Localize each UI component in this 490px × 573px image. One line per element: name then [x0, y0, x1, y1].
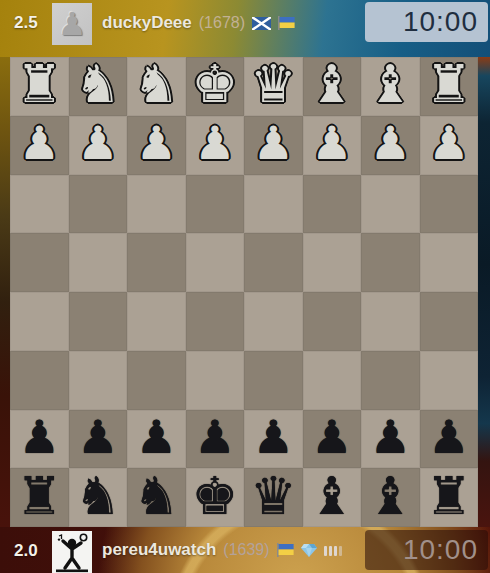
square[interactable]: ♞ [127, 468, 186, 527]
square[interactable]: ♟ [69, 410, 128, 469]
square[interactable]: ♛ [244, 57, 303, 116]
square[interactable]: ♟ [127, 410, 186, 469]
black-pawn[interactable]: ♟ [19, 414, 60, 460]
square[interactable] [186, 233, 245, 292]
white-queen[interactable]: ♛ [250, 58, 297, 110]
top-player-name[interactable]: duckyDeee [102, 13, 192, 33]
white-pawn[interactable]: ♟ [311, 120, 352, 166]
square[interactable] [420, 233, 479, 292]
patron-diamond-icon [301, 544, 317, 557]
square[interactable]: ♜ [420, 57, 479, 116]
square[interactable]: ♝ [361, 468, 420, 527]
square[interactable]: ♟ [244, 410, 303, 469]
square[interactable]: ♟ [420, 410, 479, 469]
match-score-white: 2.5 [14, 13, 38, 33]
black-pawn[interactable]: ♟ [194, 414, 235, 460]
square[interactable]: ♛ [244, 468, 303, 527]
user-avatar[interactable] [52, 531, 92, 573]
square[interactable]: ♟ [10, 410, 69, 469]
black-rook[interactable]: ♜ [425, 470, 472, 522]
right-margin [478, 57, 490, 527]
black-clock: 10:00 [365, 530, 488, 570]
ukraine-flag-icon [277, 543, 294, 557]
avatar-figure-icon [52, 531, 92, 573]
white-rook[interactable]: ♜ [425, 58, 472, 110]
square[interactable]: ♟ [420, 116, 479, 175]
bottom-player-rating: (1639) [223, 541, 269, 559]
square[interactable] [420, 175, 479, 234]
square[interactable] [361, 351, 420, 410]
square[interactable] [303, 233, 362, 292]
square[interactable] [10, 351, 69, 410]
square[interactable] [10, 175, 69, 234]
square[interactable] [303, 351, 362, 410]
square[interactable] [303, 292, 362, 351]
square[interactable] [361, 175, 420, 234]
square[interactable]: ♞ [127, 57, 186, 116]
black-pawn[interactable]: ♟ [136, 414, 177, 460]
white-knight[interactable]: ♞ [133, 58, 180, 110]
white-bishop[interactable]: ♝ [308, 58, 355, 110]
square[interactable] [69, 233, 128, 292]
black-bishop[interactable]: ♝ [367, 470, 414, 522]
white-bishop[interactable]: ♝ [367, 58, 414, 110]
square[interactable]: ♟ [361, 116, 420, 175]
square[interactable]: ♜ [10, 468, 69, 527]
white-clock: 10:00 [365, 2, 488, 42]
signal-bars-icon [324, 541, 344, 559]
square[interactable]: ♟ [244, 116, 303, 175]
bottom-player-info: pereu4uwatch (1639) [102, 539, 344, 561]
square[interactable]: ♚ [186, 468, 245, 527]
black-bishop[interactable]: ♝ [308, 470, 355, 522]
square[interactable] [127, 175, 186, 234]
white-pawn[interactable]: ♟ [77, 120, 118, 166]
square[interactable] [244, 175, 303, 234]
top-player-rating: (1678) [199, 14, 245, 32]
black-pawn[interactable]: ♟ [370, 414, 411, 460]
match-score-black: 2.0 [14, 541, 38, 561]
square[interactable] [10, 292, 69, 351]
square[interactable] [420, 292, 479, 351]
square[interactable] [186, 351, 245, 410]
white-king[interactable]: ♚ [191, 58, 238, 110]
white-pawn[interactable]: ♟ [428, 120, 469, 166]
square[interactable]: ♞ [69, 468, 128, 527]
black-queen[interactable]: ♛ [250, 470, 297, 522]
scotland-flag-icon [252, 17, 271, 30]
square[interactable] [361, 233, 420, 292]
square[interactable] [127, 351, 186, 410]
square[interactable]: ♟ [361, 410, 420, 469]
white-pawn[interactable]: ♟ [19, 120, 60, 166]
square[interactable]: ♞ [69, 57, 128, 116]
square[interactable] [69, 351, 128, 410]
white-side-indicator-icon: ♟ [52, 3, 92, 45]
white-pawn[interactable]: ♟ [370, 120, 411, 166]
square[interactable]: ♟ [186, 116, 245, 175]
black-king[interactable]: ♚ [191, 470, 238, 522]
square[interactable]: ♟ [186, 410, 245, 469]
square[interactable] [303, 175, 362, 234]
left-margin [0, 57, 10, 527]
black-pawn[interactable]: ♟ [311, 414, 352, 460]
chess-app-window: 2.5 ♟ duckyDeee (1678) 10:00 ♜♞♞♚♛♝♝♜♟♟♟… [0, 0, 490, 573]
square[interactable]: ♟ [303, 410, 362, 469]
square[interactable] [244, 351, 303, 410]
black-pawn[interactable]: ♟ [253, 414, 294, 460]
chess-board[interactable]: ♜♞♞♚♛♝♝♜♟♟♟♟♟♟♟♟♟♟♟♟♟♟♟♟♜♞♞♚♛♝♝♜ [10, 57, 478, 527]
square[interactable]: ♟ [69, 116, 128, 175]
square[interactable]: ♜ [420, 468, 479, 527]
square[interactable] [69, 292, 128, 351]
square[interactable]: ♟ [303, 116, 362, 175]
square[interactable] [10, 233, 69, 292]
white-pawn[interactable]: ♟ [136, 120, 177, 166]
black-rook[interactable]: ♜ [16, 470, 63, 522]
black-pawn[interactable]: ♟ [428, 414, 469, 460]
top-player-info: duckyDeee (1678) [102, 12, 295, 34]
white-pawn[interactable]: ♟ [253, 120, 294, 166]
square[interactable] [127, 233, 186, 292]
square[interactable] [244, 233, 303, 292]
black-knight[interactable]: ♞ [74, 470, 121, 522]
square[interactable]: ♝ [361, 57, 420, 116]
white-rook[interactable]: ♜ [16, 58, 63, 110]
square[interactable] [186, 175, 245, 234]
bottom-player-name[interactable]: pereu4uwatch [102, 540, 216, 560]
square[interactable]: ♝ [303, 57, 362, 116]
white-pawn[interactable]: ♟ [194, 120, 235, 166]
square[interactable] [244, 292, 303, 351]
black-knight[interactable]: ♞ [133, 470, 180, 522]
square[interactable]: ♚ [186, 57, 245, 116]
black-pawn[interactable]: ♟ [77, 414, 118, 460]
square[interactable] [420, 351, 479, 410]
square[interactable] [361, 292, 420, 351]
square[interactable]: ♟ [127, 116, 186, 175]
square[interactable] [69, 175, 128, 234]
square[interactable]: ♜ [10, 57, 69, 116]
square[interactable] [127, 292, 186, 351]
ukraine-flag-icon [278, 16, 295, 30]
square[interactable]: ♝ [303, 468, 362, 527]
square[interactable]: ♟ [10, 116, 69, 175]
white-knight[interactable]: ♞ [74, 58, 121, 110]
square[interactable] [186, 292, 245, 351]
